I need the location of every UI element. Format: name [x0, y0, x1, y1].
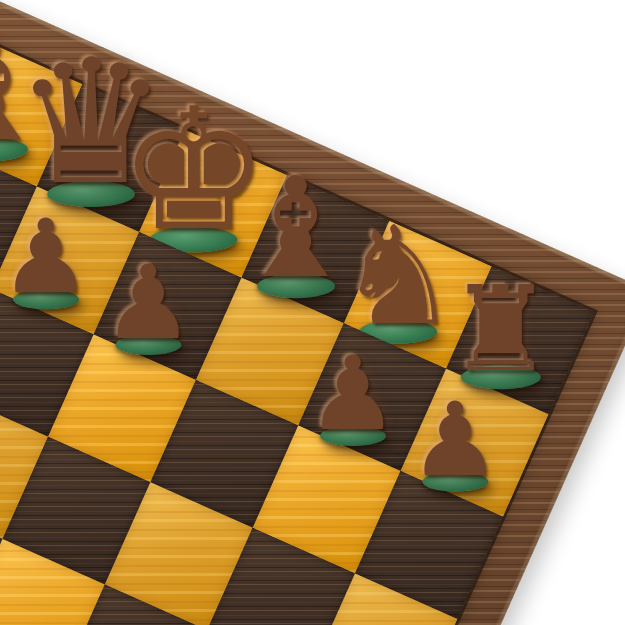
photo-stage: ♝♛♚♝♞♜♟♟♟♟	[0, 0, 625, 625]
pawn-glyph: ♟	[102, 256, 193, 350]
pawn-glyph: ♟	[0, 211, 91, 305]
chess-board: ♝♛♚♝♞♜♟♟♟♟	[0, 0, 625, 625]
piece-queen-d1[interactable]: ♛	[14, 44, 168, 202]
pawn-glyph: ♟	[307, 347, 398, 441]
rook-glyph: ♜	[448, 276, 554, 385]
piece-bishop-f1[interactable]: ♝	[234, 166, 358, 293]
piece-pawn-d2[interactable]: ♟	[0, 211, 91, 305]
piece-pawn-g2[interactable]: ♟	[307, 347, 398, 441]
bishop-glyph: ♝	[234, 166, 358, 293]
pawn-glyph: ♟	[409, 393, 500, 487]
queen-glyph: ♛	[14, 44, 168, 202]
piece-rook-h1[interactable]: ♜	[448, 276, 554, 385]
piece-pawn-h2[interactable]: ♟	[409, 393, 500, 487]
piece-pawn-e2[interactable]: ♟	[102, 256, 193, 350]
playing-area: ♝♛♚♝♞♜♟♟♟♟	[0, 0, 594, 625]
